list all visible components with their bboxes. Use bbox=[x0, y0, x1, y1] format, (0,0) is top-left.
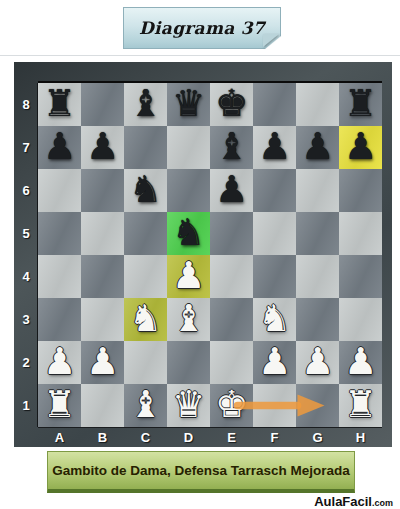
square-g6 bbox=[296, 169, 339, 212]
square-b3 bbox=[81, 298, 124, 341]
square-a6 bbox=[38, 169, 81, 212]
black-bishop: ♝ bbox=[124, 83, 167, 126]
square-b7: ♟ bbox=[81, 126, 124, 169]
black-queen: ♛ bbox=[167, 83, 210, 126]
square-g8 bbox=[296, 83, 339, 126]
square-c4 bbox=[124, 255, 167, 298]
page: Diagrama 37 87654321 ♜♝♛♚♜♟♟♝♟♟♟♞♟♞♟♞♝♞♟… bbox=[0, 0, 400, 509]
square-g3 bbox=[296, 298, 339, 341]
square-a2: ♟ bbox=[38, 341, 81, 384]
rank-label-1: 1 bbox=[14, 384, 38, 427]
white-king: ♚ bbox=[210, 384, 253, 427]
square-b6 bbox=[81, 169, 124, 212]
square-e7: ♝ bbox=[210, 126, 253, 169]
site-watermark: AulaFacil.com bbox=[314, 492, 393, 509]
rank-label-2: 2 bbox=[14, 341, 38, 384]
square-c2 bbox=[124, 341, 167, 384]
square-b8 bbox=[81, 83, 124, 126]
square-a3 bbox=[38, 298, 81, 341]
square-f3: ♞ bbox=[253, 298, 296, 341]
white-rook: ♜ bbox=[339, 384, 382, 427]
diagram-title-banner: Diagrama 37 bbox=[123, 7, 281, 49]
square-h6 bbox=[339, 169, 382, 212]
board: ♜♝♛♚♜♟♟♝♟♟♟♞♟♞♟♞♝♞♟♟♟♟♟♜♝♛♚♜ bbox=[38, 83, 382, 427]
square-h1: ♜ bbox=[339, 384, 382, 427]
square-f1 bbox=[253, 384, 296, 427]
black-pawn: ♟ bbox=[81, 126, 124, 169]
square-b4 bbox=[81, 255, 124, 298]
opening-caption: Gambito de Dama, Defensa Tarrasch Mejora… bbox=[52, 463, 350, 478]
square-a5 bbox=[38, 212, 81, 255]
rank-label-5: 5 bbox=[14, 212, 38, 255]
square-b2: ♟ bbox=[81, 341, 124, 384]
white-knight: ♞ bbox=[253, 298, 296, 341]
file-label-h: H bbox=[339, 427, 382, 447]
square-h4 bbox=[339, 255, 382, 298]
black-king: ♚ bbox=[210, 83, 253, 126]
square-h3 bbox=[339, 298, 382, 341]
square-f4 bbox=[253, 255, 296, 298]
rank-label-4: 4 bbox=[14, 255, 38, 298]
square-b1 bbox=[81, 384, 124, 427]
square-a4 bbox=[38, 255, 81, 298]
white-bishop: ♝ bbox=[167, 298, 210, 341]
file-label-e: E bbox=[210, 427, 253, 447]
rank-label-7: 7 bbox=[14, 126, 38, 169]
square-g1 bbox=[296, 384, 339, 427]
square-f2: ♟ bbox=[253, 341, 296, 384]
chess-board-frame: 87654321 ♜♝♛♚♜♟♟♝♟♟♟♞♟♞♟♞♝♞♟♟♟♟♟♜♝♛♚♜ AB… bbox=[14, 62, 392, 447]
square-c7 bbox=[124, 126, 167, 169]
square-d7 bbox=[167, 126, 210, 169]
square-c5 bbox=[124, 212, 167, 255]
square-c3: ♞ bbox=[124, 298, 167, 341]
square-c8: ♝ bbox=[124, 83, 167, 126]
file-labels: ABCDEFGH bbox=[38, 427, 382, 447]
square-g7: ♟ bbox=[296, 126, 339, 169]
square-a1: ♜ bbox=[38, 384, 81, 427]
black-rook: ♜ bbox=[339, 83, 382, 126]
square-b5 bbox=[81, 212, 124, 255]
square-d6 bbox=[167, 169, 210, 212]
white-pawn: ♟ bbox=[339, 341, 382, 384]
white-knight: ♞ bbox=[124, 298, 167, 341]
white-queen: ♛ bbox=[167, 384, 210, 427]
square-f6 bbox=[253, 169, 296, 212]
square-h7: ♟ bbox=[339, 126, 382, 169]
square-h2: ♟ bbox=[339, 341, 382, 384]
square-e3 bbox=[210, 298, 253, 341]
square-e1: ♚ bbox=[210, 384, 253, 427]
black-pawn: ♟ bbox=[210, 169, 253, 212]
divider-line bbox=[0, 55, 400, 56]
square-e2 bbox=[210, 341, 253, 384]
square-f7: ♟ bbox=[253, 126, 296, 169]
square-h8: ♜ bbox=[339, 83, 382, 126]
banner-fold-corner bbox=[263, 34, 279, 47]
white-pawn: ♟ bbox=[167, 255, 210, 298]
black-knight: ♞ bbox=[167, 212, 210, 255]
square-f5 bbox=[253, 212, 296, 255]
square-d4: ♟ bbox=[167, 255, 210, 298]
white-pawn: ♟ bbox=[38, 341, 81, 384]
black-rook: ♜ bbox=[38, 83, 81, 126]
square-f8 bbox=[253, 83, 296, 126]
square-a8: ♜ bbox=[38, 83, 81, 126]
square-g2: ♟ bbox=[296, 341, 339, 384]
opening-caption-box: Gambito de Dama, Defensa Tarrasch Mejora… bbox=[47, 451, 355, 493]
square-d3: ♝ bbox=[167, 298, 210, 341]
black-pawn: ♟ bbox=[296, 126, 339, 169]
square-d2 bbox=[167, 341, 210, 384]
square-a7: ♟ bbox=[38, 126, 81, 169]
black-bishop: ♝ bbox=[210, 126, 253, 169]
square-g5 bbox=[296, 212, 339, 255]
black-pawn: ♟ bbox=[38, 126, 81, 169]
square-h5 bbox=[339, 212, 382, 255]
file-label-g: G bbox=[296, 427, 339, 447]
square-c1: ♝ bbox=[124, 384, 167, 427]
square-e4 bbox=[210, 255, 253, 298]
square-d1: ♛ bbox=[167, 384, 210, 427]
white-bishop: ♝ bbox=[124, 384, 167, 427]
square-d5: ♞ bbox=[167, 212, 210, 255]
white-rook: ♜ bbox=[38, 384, 81, 427]
diagram-title: Diagrama 37 bbox=[139, 18, 265, 38]
white-pawn: ♟ bbox=[296, 341, 339, 384]
square-e5 bbox=[210, 212, 253, 255]
file-label-c: C bbox=[124, 427, 167, 447]
file-label-f: F bbox=[253, 427, 296, 447]
file-label-d: D bbox=[167, 427, 210, 447]
black-pawn: ♟ bbox=[253, 126, 296, 169]
watermark-brand: AulaFacil bbox=[314, 494, 372, 509]
square-e6: ♟ bbox=[210, 169, 253, 212]
black-knight: ♞ bbox=[124, 169, 167, 212]
white-pawn: ♟ bbox=[81, 341, 124, 384]
watermark-suffix: .com bbox=[372, 498, 393, 508]
rank-label-6: 6 bbox=[14, 169, 38, 212]
rank-label-8: 8 bbox=[14, 83, 38, 126]
file-label-a: A bbox=[38, 427, 81, 447]
rank-label-3: 3 bbox=[14, 298, 38, 341]
white-pawn: ♟ bbox=[253, 341, 296, 384]
square-c6: ♞ bbox=[124, 169, 167, 212]
square-d8: ♛ bbox=[167, 83, 210, 126]
rank-labels: 87654321 bbox=[14, 83, 38, 427]
square-e8: ♚ bbox=[210, 83, 253, 126]
file-label-b: B bbox=[81, 427, 124, 447]
square-g4 bbox=[296, 255, 339, 298]
black-pawn: ♟ bbox=[339, 126, 382, 169]
